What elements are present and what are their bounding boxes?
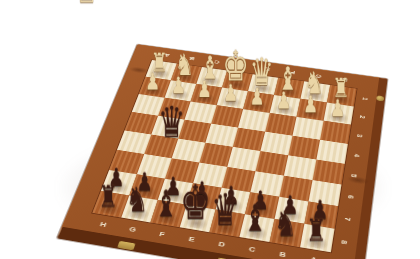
piece-white-pawn[interactable]: ♟ — [197, 78, 212, 101]
rank-label-3: 3 — [346, 128, 375, 143]
file-label-d: D — [206, 238, 238, 251]
folding-chess-board: ♜♞♝♚♛♝♞♜♟♟♟♟♟♟♟♟♟♟♟♟♟♟♟♟♜♞♝♚♛♝♞♜ HGFEDCB… — [57, 44, 388, 259]
file-label-g: G — [117, 223, 149, 235]
product-photo-scene: ♜♞♝♚♛♝♞♜♟♟♟♟♟♟♟♟♟♟♟♟♟♟♟♟♜♞♝♚♛♝♞♜ HGFEDCB… — [0, 0, 420, 259]
brass-latch-icon — [117, 241, 135, 250]
chess-board-wrapper: ♜♞♝♚♛♝♞♜♟♟♟♟♟♟♟♟♟♟♟♟♟♟♟♟♜♞♝♚♛♝♞♜ HGFEDCB… — [62, 44, 378, 259]
square-b2[interactable]: ♟ — [297, 99, 327, 121]
spare-white-queen[interactable]: ♛ — [73, 0, 100, 194]
file-label-a: A — [298, 253, 330, 259]
piece-white-pawn[interactable]: ♟ — [303, 93, 318, 116]
file-label-e: E — [176, 233, 208, 246]
piece-white-pawn[interactable]: ♟ — [276, 89, 291, 112]
square-a8[interactable]: ♜ — [300, 224, 334, 252]
rank-label-2: 2 — [349, 110, 378, 124]
file-label-b: B — [267, 248, 299, 259]
piece-black-bishop[interactable]: ♝ — [154, 185, 178, 222]
piece-black-queen[interactable]: ♛ — [211, 187, 239, 230]
square-h8[interactable]: ♜ — [92, 191, 129, 218]
piece-black-bishop[interactable]: ♝ — [243, 199, 267, 236]
piece-black-rook[interactable]: ♜ — [99, 182, 118, 212]
piece-black-rook[interactable]: ♜ — [306, 215, 326, 246]
piece-white-pawn[interactable]: ♟ — [145, 70, 160, 93]
piece-black-king[interactable]: ♚ — [180, 178, 211, 226]
piece-black-knight[interactable]: ♞ — [274, 206, 297, 241]
file-label-h: H — [88, 218, 120, 230]
rank-label-1: 1 — [351, 92, 379, 106]
file-label-c: C — [236, 243, 268, 256]
square-b8[interactable]: ♞ — [270, 219, 305, 247]
square-a4[interactable] — [316, 140, 347, 164]
file-label-f: F — [146, 228, 178, 240]
piece-white-pawn[interactable]: ♟ — [171, 74, 186, 97]
piece-white-pawn[interactable]: ♟ — [330, 96, 345, 119]
piece-black-knight[interactable]: ♞ — [126, 182, 148, 216]
square-c8[interactable]: ♝ — [239, 214, 274, 242]
